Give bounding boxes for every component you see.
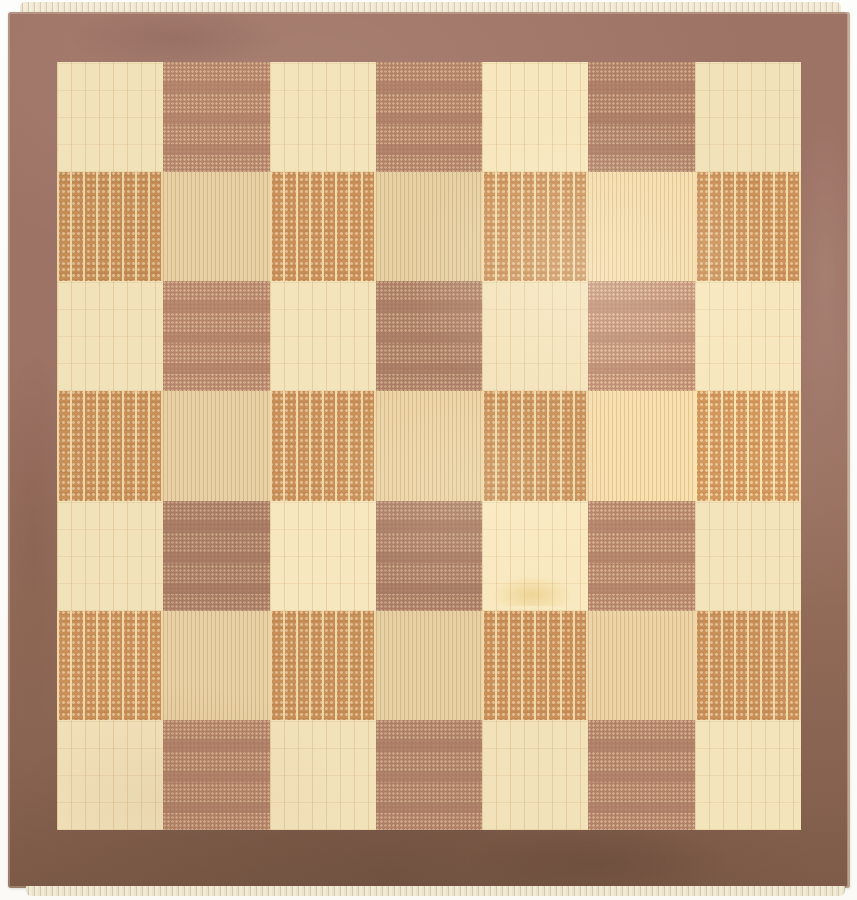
square-r6c6 (588, 611, 694, 721)
square-r5c1 (57, 501, 163, 611)
square-r1c3 (270, 62, 376, 172)
square-r7c6 (588, 720, 694, 830)
square-r6c1 (57, 611, 163, 721)
square-r4c7 (695, 391, 801, 501)
square-r3c1 (57, 281, 163, 391)
stain-mark (489, 578, 578, 607)
square-r4c2 (163, 391, 269, 501)
square-r3c3 (270, 281, 376, 391)
square-r2c6 (588, 172, 694, 282)
square-r3c6 (588, 281, 694, 391)
square-r1c1 (57, 62, 163, 172)
square-r1c5 (482, 62, 588, 172)
square-r5c2 (163, 501, 269, 611)
rug-photo-canvas (0, 0, 857, 900)
square-r7c7 (695, 720, 801, 830)
square-r2c4 (376, 172, 482, 282)
square-r5c5 (482, 501, 588, 611)
square-r2c5 (482, 172, 588, 282)
square-r6c3 (270, 611, 376, 721)
square-r5c4 (376, 501, 482, 611)
square-r4c6 (588, 391, 694, 501)
square-r7c2 (163, 720, 269, 830)
square-r4c1 (57, 391, 163, 501)
square-r2c7 (695, 172, 801, 282)
square-r1c7 (695, 62, 801, 172)
square-r7c1 (57, 720, 163, 830)
square-r1c2 (163, 62, 269, 172)
square-r4c5 (482, 391, 588, 501)
square-r6c2 (163, 611, 269, 721)
square-r6c4 (376, 611, 482, 721)
square-r3c5 (482, 281, 588, 391)
square-r5c7 (695, 501, 801, 611)
square-r5c6 (588, 501, 694, 611)
square-r5c3 (270, 501, 376, 611)
square-r2c3 (270, 172, 376, 282)
square-r6c7 (695, 611, 801, 721)
square-r3c2 (163, 281, 269, 391)
square-r1c4 (376, 62, 482, 172)
square-r3c4 (376, 281, 482, 391)
square-r7c3 (270, 720, 376, 830)
square-r1c6 (588, 62, 694, 172)
square-r3c7 (695, 281, 801, 391)
square-r7c4 (376, 720, 482, 830)
square-r4c3 (270, 391, 376, 501)
checkerboard (57, 62, 801, 830)
square-r4c4 (376, 391, 482, 501)
square-r7c5 (482, 720, 588, 830)
square-r2c1 (57, 172, 163, 282)
square-r6c5 (482, 611, 588, 721)
square-r2c2 (163, 172, 269, 282)
rug-border (8, 12, 850, 888)
